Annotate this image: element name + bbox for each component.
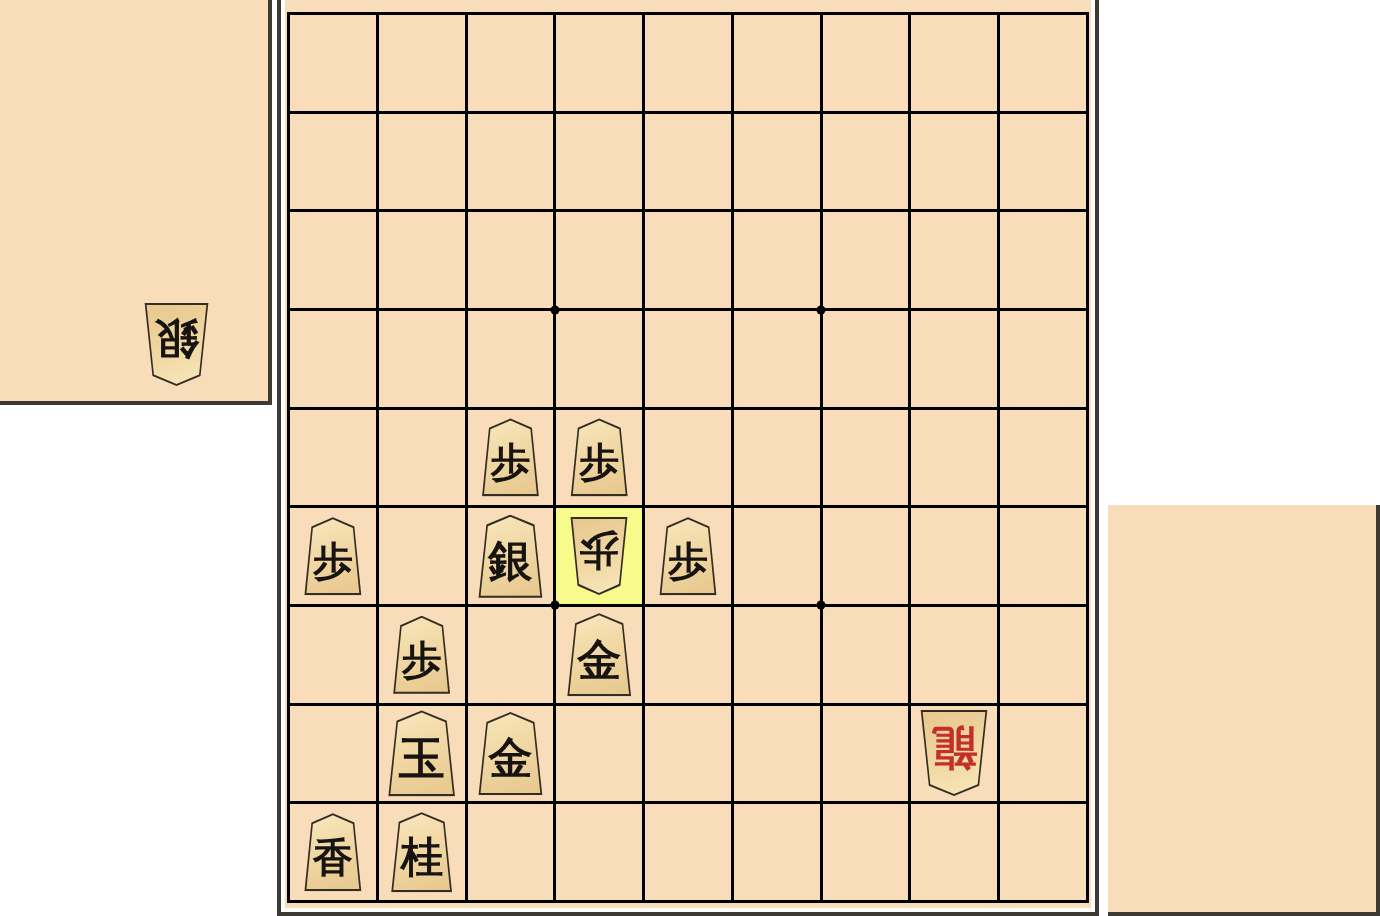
board-cell[interactable]: [823, 508, 909, 604]
piece-kanji: 銀: [155, 318, 199, 362]
board-cell[interactable]: [823, 212, 909, 308]
board-cell[interactable]: [290, 410, 376, 506]
shogi-piece-sente-pawn[interactable]: 歩: [393, 616, 451, 694]
board-cell[interactable]: 歩: [290, 508, 376, 604]
board-cell[interactable]: [556, 114, 642, 210]
board-cell[interactable]: [734, 410, 820, 506]
board-cell[interactable]: [645, 114, 731, 210]
shogi-piece-gote-pawn[interactable]: 歩: [570, 517, 628, 595]
board-cell[interactable]: [468, 114, 554, 210]
board-cell[interactable]: 歩: [468, 410, 554, 506]
board-cell[interactable]: [645, 410, 731, 506]
piece-kanji: 歩: [490, 442, 530, 482]
board-cell[interactable]: 歩: [645, 508, 731, 604]
piece-kanji: 銀: [488, 539, 532, 583]
sente-piece-stand: [1108, 505, 1380, 916]
star-point: [816, 305, 825, 314]
board-cell[interactable]: [911, 311, 997, 407]
shogi-piece-sente-pawn[interactable]: 歩: [304, 517, 362, 595]
piece-kanji: 玉: [399, 735, 445, 781]
shogi-piece-sente-gold[interactable]: 金: [478, 712, 543, 795]
board-cell[interactable]: [823, 311, 909, 407]
piece-kanji: 金: [488, 736, 532, 780]
gote-piece-stand: 銀: [0, 0, 272, 405]
board-cell[interactable]: [1000, 607, 1086, 703]
board-cell[interactable]: [290, 212, 376, 308]
board-cell[interactable]: [379, 15, 465, 111]
piece-kanji: 歩: [668, 541, 708, 581]
piece-kanji: 歩: [402, 640, 442, 680]
shogi-piece-sente-pawn[interactable]: 歩: [481, 418, 539, 496]
board-cell[interactable]: 歩: [556, 508, 642, 604]
board-cell[interactable]: [734, 114, 820, 210]
board-cell[interactable]: [734, 804, 820, 900]
shogi-piece-sente-lance[interactable]: 香: [304, 813, 362, 891]
board-cell[interactable]: [645, 15, 731, 111]
board-cell[interactable]: [556, 804, 642, 900]
piece-kanji: 歩: [579, 531, 619, 571]
board-cell[interactable]: [734, 15, 820, 111]
board-cell[interactable]: [290, 15, 376, 111]
board-cell[interactable]: [379, 212, 465, 308]
shogi-piece-sente-gold[interactable]: 金: [567, 613, 632, 696]
board-cell[interactable]: [911, 114, 997, 210]
board-cell[interactable]: [645, 607, 731, 703]
board-cell[interactable]: [379, 410, 465, 506]
board-cell[interactable]: [1000, 410, 1086, 506]
star-point: [816, 601, 825, 610]
piece-kanji: 金: [577, 638, 621, 682]
board-cell[interactable]: [823, 607, 909, 703]
board-cell[interactable]: 桂: [379, 804, 465, 900]
board-cell[interactable]: [823, 706, 909, 802]
board-background: 歩歩歩銀歩歩歩金玉金龍香桂: [285, 0, 1091, 908]
board-cell[interactable]: [1000, 212, 1086, 308]
piece-kanji: 歩: [579, 442, 619, 482]
board-cell[interactable]: [734, 607, 820, 703]
board-cell[interactable]: [734, 706, 820, 802]
board-cell[interactable]: [556, 706, 642, 802]
board-cell[interactable]: 玉: [379, 706, 465, 802]
shogi-piece-gote-silver[interactable]: 銀: [144, 303, 209, 386]
board-cell[interactable]: [468, 15, 554, 111]
board-cell[interactable]: [1000, 508, 1086, 604]
board-cell[interactable]: [911, 15, 997, 111]
board-cell[interactable]: [911, 804, 997, 900]
board-cell[interactable]: 金: [556, 607, 642, 703]
board-cell[interactable]: [1000, 804, 1086, 900]
board-cell[interactable]: [468, 311, 554, 407]
board-cell[interactable]: [823, 410, 909, 506]
board-cell[interactable]: [1000, 706, 1086, 802]
board-cell[interactable]: 香: [290, 804, 376, 900]
board-cell[interactable]: [468, 804, 554, 900]
board-cell[interactable]: [823, 804, 909, 900]
board-cell[interactable]: [1000, 15, 1086, 111]
board-cell[interactable]: [290, 114, 376, 210]
piece-kanji: 歩: [313, 541, 353, 581]
board-cell[interactable]: 銀: [468, 508, 554, 604]
board-cell[interactable]: [1000, 311, 1086, 407]
piece-kanji: 桂: [401, 836, 443, 878]
board-cell[interactable]: [379, 508, 465, 604]
board-cell[interactable]: [290, 706, 376, 802]
board-cell[interactable]: [645, 311, 731, 407]
shogi-piece-sente-king[interactable]: 玉: [388, 710, 456, 796]
board-cell[interactable]: [645, 212, 731, 308]
board-cell[interactable]: 金: [468, 706, 554, 802]
piece-kanji: 龍: [931, 725, 977, 771]
board-cell[interactable]: [911, 410, 997, 506]
shogi-piece-sente-pawn[interactable]: 歩: [659, 517, 717, 595]
shogi-piece-sente-pawn[interactable]: 歩: [570, 418, 628, 496]
board-cell[interactable]: [645, 706, 731, 802]
board-cell[interactable]: [734, 508, 820, 604]
board-cell[interactable]: 歩: [556, 410, 642, 506]
board-cell[interactable]: [468, 212, 554, 308]
board-cell[interactable]: [734, 212, 820, 308]
board-cell[interactable]: [1000, 114, 1086, 210]
board-cell[interactable]: [290, 607, 376, 703]
board-cell[interactable]: [823, 15, 909, 111]
board-cell[interactable]: [556, 311, 642, 407]
shogi-piece-sente-silver[interactable]: 銀: [478, 515, 543, 598]
board-cell[interactable]: [823, 114, 909, 210]
shogi-piece-sente-knight[interactable]: 桂: [391, 812, 453, 892]
board-cell[interactable]: [645, 804, 731, 900]
star-point: [551, 305, 560, 314]
board-grid: 歩歩歩銀歩歩歩金玉金龍香桂: [287, 12, 1089, 903]
board-cell[interactable]: [556, 15, 642, 111]
board-cell[interactable]: 龍: [911, 706, 997, 802]
board-cell[interactable]: [911, 607, 997, 703]
board-cell[interactable]: 歩: [379, 607, 465, 703]
shogi-board: 歩歩歩銀歩歩歩金玉金龍香桂: [277, 0, 1099, 916]
piece-kanji: 香: [313, 837, 353, 877]
board-cell[interactable]: [290, 311, 376, 407]
board-cell[interactable]: [379, 311, 465, 407]
board-cell[interactable]: [734, 311, 820, 407]
gote-hand-pieces: 銀: [144, 303, 209, 386]
board-cell[interactable]: [379, 114, 465, 210]
board-cell[interactable]: [556, 212, 642, 308]
board-cell[interactable]: [468, 607, 554, 703]
board-cell[interactable]: [911, 212, 997, 308]
star-point: [551, 601, 560, 610]
shogi-piece-gote-dragon[interactable]: 龍: [920, 710, 988, 796]
board-cell[interactable]: [911, 508, 997, 604]
